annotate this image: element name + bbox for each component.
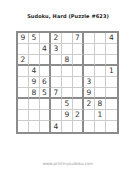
sudoku-cell-r9c4: 4 (51, 121, 62, 132)
sudoku-cell-r4c5 (62, 66, 73, 77)
sudoku-cell-r3c3 (40, 55, 51, 66)
sudoku-cell-r1c2: 5 (29, 33, 40, 44)
sudoku-cell-r3c9 (106, 55, 117, 66)
sudoku-cell-r3c7 (84, 55, 95, 66)
sudoku-cell-r7c2 (29, 99, 40, 110)
sudoku-cell-r9c3 (40, 121, 51, 132)
sudoku-cell-r5c2: 9 (29, 77, 40, 88)
sudoku-cell-r1c3 (40, 33, 51, 44)
sudoku-cell-r7c3 (40, 99, 51, 110)
sudoku-cell-r6c9 (106, 88, 117, 99)
sudoku-cell-r5c5 (62, 77, 73, 88)
sudoku-cell-r6c8 (95, 88, 106, 99)
sudoku-cell-r9c8 (95, 121, 106, 132)
sudoku-cell-r5c9 (106, 77, 117, 88)
sudoku-cell-r5c7: 3 (84, 77, 95, 88)
sudoku-cell-r5c1 (18, 77, 29, 88)
sudoku-cell-r8c8: 1 (95, 110, 106, 121)
sudoku-cell-r8c1 (18, 110, 29, 121)
sudoku-cell-r8c5: 9 (62, 110, 73, 121)
sudoku-cell-r7c1 (18, 99, 29, 110)
sudoku-cell-r7c7: 2 (84, 99, 95, 110)
sudoku-cell-r6c5 (62, 88, 73, 99)
sudoku-cell-r6c6 (73, 88, 84, 99)
footer-url: www.printmysudoku.com (0, 161, 136, 166)
sudoku-cell-r3c6 (73, 55, 84, 66)
sudoku-cell-r7c9 (106, 99, 117, 110)
sudoku-cell-r6c4: 7 (51, 88, 62, 99)
sudoku-cell-r1c5 (62, 33, 73, 44)
sudoku-cell-r8c3 (40, 110, 51, 121)
sudoku-cell-r9c2 (29, 121, 40, 132)
sudoku-cell-r1c9: 4 (106, 33, 117, 44)
sudoku-cell-r8c7 (84, 110, 95, 121)
sudoku-cell-r2c1 (18, 44, 29, 55)
sudoku-cell-r4c2: 4 (29, 66, 40, 77)
sudoku-cell-r6c2: 8 (29, 88, 40, 99)
sudoku-cell-r8c2 (29, 110, 40, 121)
sudoku-cell-r9c5 (62, 121, 73, 132)
sudoku-cell-r2c4: 3 (51, 44, 62, 55)
sudoku-cell-r2c6 (73, 44, 84, 55)
sudoku-cell-r2c8 (95, 44, 106, 55)
sudoku-cell-r3c4 (51, 55, 62, 66)
page-title: Sudoku, Hard (Puzzle #623) (0, 13, 136, 19)
sudoku-cell-r4c6 (73, 66, 84, 77)
sudoku-cell-r9c6 (73, 121, 84, 132)
sudoku-cell-r3c5: 8 (62, 55, 73, 66)
sudoku-cell-r1c8 (95, 33, 106, 44)
sudoku-cell-r9c9 (106, 121, 117, 132)
sudoku-cell-r8c6: 2 (73, 110, 84, 121)
sudoku-cell-r3c2 (29, 55, 40, 66)
sudoku-cell-r9c7 (84, 121, 95, 132)
sudoku-cell-r2c7 (84, 44, 95, 55)
sudoku-cell-r1c6: 7 (73, 33, 84, 44)
sudoku-cell-r8c9 (106, 110, 117, 121)
sudoku-cell-r4c8 (95, 66, 106, 77)
sudoku-cell-r4c7 (84, 66, 95, 77)
sudoku-cell-r1c7 (84, 33, 95, 44)
sudoku-cell-r7c8: 8 (95, 99, 106, 110)
sudoku-cell-r3c1: 2 (18, 55, 29, 66)
sudoku-cell-r2c9 (106, 44, 117, 55)
sudoku-cell-r4c4 (51, 66, 62, 77)
sudoku-cell-r2c2 (29, 44, 40, 55)
sudoku-cell-r9c1 (18, 121, 29, 132)
sudoku-cell-r4c1 (18, 66, 29, 77)
sudoku-cell-r4c9: 1 (106, 66, 117, 77)
sudoku-cell-r6c7: 9 (84, 88, 95, 99)
sudoku-cell-r7c5: 5 (62, 99, 73, 110)
sudoku-sheet: Sudoku, Hard (Puzzle #623) 9527443284196… (0, 0, 136, 176)
sudoku-cell-r4c3 (40, 66, 51, 77)
sudoku-cell-r5c6 (73, 77, 84, 88)
sudoku-cell-r3c8 (95, 55, 106, 66)
sudoku-cell-r1c1: 9 (18, 33, 29, 44)
sudoku-cell-r8c4 (51, 110, 62, 121)
sudoku-grid: 9527443284196385795289214 (16, 31, 119, 134)
sudoku-cell-r7c6 (73, 99, 84, 110)
sudoku-cell-r2c5 (62, 44, 73, 55)
sudoku-cell-r5c8 (95, 77, 106, 88)
sudoku-cell-r5c3: 6 (40, 77, 51, 88)
sudoku-cell-r2c3: 4 (40, 44, 51, 55)
sudoku-cell-r7c4 (51, 99, 62, 110)
sudoku-cell-r6c3: 5 (40, 88, 51, 99)
sudoku-cell-r5c4 (51, 77, 62, 88)
sudoku-cell-r1c4: 2 (51, 33, 62, 44)
sudoku-cell-r6c1 (18, 88, 29, 99)
